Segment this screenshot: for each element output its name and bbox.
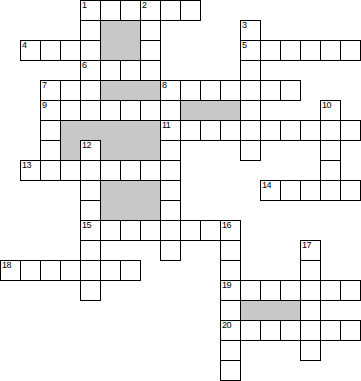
cell-r7c16[interactable]	[320, 140, 341, 161]
blocked-cell-r15c14	[280, 300, 301, 321]
cell-r11c8[interactable]	[160, 220, 181, 241]
cell-r6c13[interactable]	[260, 120, 281, 141]
cell-r0c6[interactable]	[120, 0, 141, 21]
blocked-cell-r9c7	[140, 180, 161, 201]
cell-r2c13[interactable]	[260, 40, 281, 61]
cell-r11c11[interactable]: 16	[220, 220, 241, 241]
blocked-cell-r15c12	[240, 300, 261, 321]
cell-r14c17[interactable]	[340, 280, 361, 301]
clue-number-14: 14	[262, 181, 271, 190]
clue-number-7: 7	[42, 81, 47, 90]
clue-number-18: 18	[2, 261, 11, 270]
blocked-cell-r1c5	[100, 20, 121, 41]
cell-r4c9[interactable]	[180, 80, 201, 101]
cell-r13c4[interactable]	[80, 260, 101, 281]
cell-r14c13[interactable]	[260, 280, 281, 301]
blocked-cell-r4c5	[100, 80, 121, 101]
cell-r4c12[interactable]	[240, 80, 261, 101]
cell-r2c4[interactable]	[80, 40, 101, 61]
cell-r2c14[interactable]	[280, 40, 301, 61]
cell-r2c15[interactable]	[300, 40, 321, 61]
cell-r9c4[interactable]	[80, 180, 101, 201]
cell-r13c1[interactable]	[20, 260, 41, 281]
blocked-cell-r10c6	[120, 200, 141, 221]
blocked-cell-r4c6	[120, 80, 141, 101]
clue-number-16: 16	[222, 221, 231, 230]
cell-r14c15[interactable]	[300, 280, 321, 301]
cell-r0c4[interactable]: 1	[80, 0, 101, 21]
cell-r12c11[interactable]	[220, 240, 241, 261]
cell-r7c8[interactable]	[160, 140, 181, 161]
cell-r4c2[interactable]: 7	[40, 80, 61, 101]
clue-number-12: 12	[82, 141, 91, 150]
cell-r3c4[interactable]: 6	[80, 60, 101, 81]
cell-r13c6[interactable]	[120, 260, 141, 281]
clue-number-5: 5	[242, 41, 247, 50]
cell-r16c15[interactable]	[300, 320, 321, 341]
blocked-cell-r4c7	[140, 80, 161, 101]
cell-r12c8[interactable]	[160, 240, 181, 261]
cell-r4c4[interactable]	[80, 80, 101, 101]
cell-r9c15[interactable]	[300, 180, 321, 201]
cell-r7c2[interactable]	[40, 140, 61, 161]
cell-r7c4[interactable]: 12	[80, 140, 101, 161]
blocked-cell-r10c5	[100, 200, 121, 221]
cell-r4c13[interactable]	[260, 80, 281, 101]
cell-r6c8[interactable]: 11	[160, 120, 181, 141]
cell-r5c16[interactable]: 10	[320, 100, 341, 121]
blocked-cell-r7c7	[140, 140, 161, 161]
cell-r10c8[interactable]	[160, 200, 181, 221]
cell-r2c12[interactable]: 5	[240, 40, 261, 61]
cell-r3c7[interactable]	[140, 60, 161, 81]
clue-number-11: 11	[162, 121, 170, 130]
cell-r6c11[interactable]	[220, 120, 241, 141]
cell-r17c15[interactable]	[300, 340, 321, 361]
cell-r11c5[interactable]	[100, 220, 121, 241]
cell-r2c3[interactable]	[60, 40, 81, 61]
cell-r13c11[interactable]	[220, 260, 241, 281]
cell-r6c16[interactable]	[320, 120, 341, 141]
cell-r1c4[interactable]	[80, 20, 101, 41]
cell-r9c17[interactable]	[340, 180, 361, 201]
cell-r6c10[interactable]	[200, 120, 221, 141]
clue-number-9: 9	[42, 101, 47, 110]
cell-r15c11[interactable]	[220, 300, 241, 321]
blocked-cell-r6c5	[100, 120, 121, 141]
cell-r2c7[interactable]	[140, 40, 161, 61]
cell-r13c3[interactable]	[60, 260, 81, 281]
cell-r5c2[interactable]: 9	[40, 100, 61, 121]
cell-r14c16[interactable]	[320, 280, 341, 301]
blocked-cell-r6c6	[120, 120, 141, 141]
cell-r0c7[interactable]: 2	[140, 0, 161, 21]
cell-r11c7[interactable]	[140, 220, 161, 241]
cell-r5c6[interactable]	[120, 100, 141, 121]
cell-r9c16[interactable]	[320, 180, 341, 201]
cell-r17c11[interactable]	[220, 340, 241, 361]
blocked-cell-r10c7	[140, 200, 161, 221]
cell-r6c14[interactable]	[280, 120, 301, 141]
cell-r4c8[interactable]: 8	[160, 80, 181, 101]
cell-r13c2[interactable]	[40, 260, 61, 281]
cell-r5c7[interactable]	[140, 100, 161, 121]
cell-r8c8[interactable]	[160, 160, 181, 181]
cell-r5c3[interactable]	[60, 100, 81, 121]
blocked-cell-r2c5	[100, 40, 121, 61]
cell-r4c14[interactable]	[280, 80, 301, 101]
clue-number-17: 17	[302, 241, 311, 250]
cell-r16c11[interactable]: 20	[220, 320, 241, 341]
cell-r6c9[interactable]	[180, 120, 201, 141]
clue-number-13: 13	[22, 161, 31, 170]
blocked-cell-r5c10	[200, 100, 221, 121]
cell-r5c8[interactable]	[160, 100, 181, 121]
blocked-cell-r5c9	[180, 100, 201, 121]
blocked-cell-r7c5	[100, 140, 121, 161]
cell-r12c4[interactable]	[80, 240, 101, 261]
cell-r8c5[interactable]	[100, 160, 121, 181]
cell-r3c6[interactable]	[120, 60, 141, 81]
cell-r3c5[interactable]	[100, 60, 121, 81]
blocked-cell-r1c6	[120, 20, 141, 41]
cell-r9c14[interactable]	[280, 180, 301, 201]
clue-number-8: 8	[162, 81, 167, 90]
cell-r1c12[interactable]: 3	[240, 20, 261, 41]
cell-r11c9[interactable]	[180, 220, 201, 241]
cell-r16c16[interactable]	[320, 320, 341, 341]
cell-r8c3[interactable]	[60, 160, 81, 181]
cell-r18c11[interactable]	[220, 360, 241, 381]
blocked-cell-r2c6	[120, 40, 141, 61]
cell-r4c10[interactable]	[200, 80, 221, 101]
cell-r3c12[interactable]	[240, 60, 261, 81]
cell-r14c12[interactable]	[240, 280, 261, 301]
cell-r5c4[interactable]	[80, 100, 101, 121]
cell-r10c4[interactable]	[80, 200, 101, 221]
cell-r7c12[interactable]	[240, 140, 261, 161]
cell-r8c7[interactable]	[140, 160, 161, 181]
cell-r11c10[interactable]	[200, 220, 221, 241]
blocked-cell-r5c11	[220, 100, 241, 121]
clue-number-20: 20	[222, 321, 231, 330]
blocked-cell-r6c3	[60, 120, 81, 141]
blocked-cell-r7c6	[120, 140, 141, 161]
cell-r6c2[interactable]	[40, 120, 61, 141]
cell-r9c13[interactable]: 14	[260, 180, 281, 201]
cell-r8c1[interactable]: 13	[20, 160, 41, 181]
blocked-cell-r15c13	[260, 300, 281, 321]
cell-r8c16[interactable]	[320, 160, 341, 181]
cell-r13c0[interactable]: 18	[0, 260, 21, 281]
cell-r13c5[interactable]	[100, 260, 121, 281]
cell-r4c3[interactable]	[60, 80, 81, 101]
cell-r8c4[interactable]	[80, 160, 101, 181]
cell-r4c11[interactable]	[220, 80, 241, 101]
cell-r0c9[interactable]	[180, 0, 201, 21]
cell-r6c15[interactable]	[300, 120, 321, 141]
clue-number-6: 6	[82, 61, 87, 70]
blocked-cell-r7c3	[60, 140, 81, 161]
cell-r2c16[interactable]	[320, 40, 341, 61]
clue-number-10: 10	[322, 101, 331, 110]
cell-r11c4[interactable]: 15	[80, 220, 101, 241]
blocked-cell-r6c7	[140, 120, 161, 141]
clue-number-19: 19	[222, 281, 231, 290]
cell-r5c5[interactable]	[100, 100, 121, 121]
cell-r9c8[interactable]	[160, 180, 181, 201]
clue-number-2: 2	[142, 1, 147, 10]
cell-r16c13[interactable]	[260, 320, 281, 341]
cell-r2c17[interactable]	[340, 40, 361, 61]
cell-r2c1[interactable]: 4	[20, 40, 41, 61]
cell-r8c6[interactable]	[120, 160, 141, 181]
cell-r11c6[interactable]	[120, 220, 141, 241]
cell-r0c8[interactable]	[160, 0, 181, 21]
cell-r12c15[interactable]: 17	[300, 240, 321, 261]
cell-r6c12[interactable]	[240, 120, 261, 141]
cell-r13c15[interactable]	[300, 260, 321, 281]
cell-r1c7[interactable]	[140, 20, 161, 41]
cell-r15c15[interactable]	[300, 300, 321, 321]
cell-r16c12[interactable]	[240, 320, 261, 341]
cell-r5c12[interactable]	[240, 100, 261, 121]
cell-r16c17[interactable]	[340, 320, 361, 341]
blocked-cell-r9c5	[100, 180, 121, 201]
crossword-board: 1234567891011121314151617181920	[0, 0, 361, 381]
cell-r0c5[interactable]	[100, 0, 121, 21]
cell-r14c14[interactable]	[280, 280, 301, 301]
blocked-cell-r9c6	[120, 180, 141, 201]
cell-r14c4[interactable]	[80, 280, 101, 301]
blocked-cell-r6c4	[80, 120, 101, 141]
clue-number-3: 3	[242, 21, 247, 30]
clue-number-1: 1	[82, 1, 87, 10]
cell-r14c11[interactable]: 19	[220, 280, 241, 301]
cell-r16c14[interactable]	[280, 320, 301, 341]
cell-r2c2[interactable]	[40, 40, 61, 61]
cell-r6c17[interactable]	[340, 120, 361, 141]
clue-number-4: 4	[22, 41, 27, 50]
clue-number-15: 15	[82, 221, 91, 230]
cell-r8c2[interactable]	[40, 160, 61, 181]
